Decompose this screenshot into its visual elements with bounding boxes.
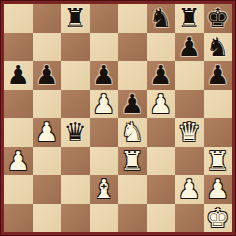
piece-black-pawn[interactable]: ♟ [178, 33, 201, 61]
board-frame: ♜♞♜♚♟♞♟♟♟♟♟♟♟♟♟♛♞♛♟♜♜♝♟♟♚ [0, 0, 236, 236]
square-f3[interactable] [147, 147, 176, 176]
square-b2[interactable] [33, 175, 62, 204]
square-e7[interactable] [118, 33, 147, 62]
square-b6[interactable]: ♟ [33, 61, 62, 90]
square-a8[interactable] [4, 4, 33, 33]
piece-white-pawn[interactable]: ♟ [206, 175, 229, 203]
square-f8[interactable]: ♞ [147, 4, 176, 33]
square-c2[interactable] [61, 175, 90, 204]
piece-white-pawn[interactable]: ♟ [35, 118, 58, 146]
square-c7[interactable] [61, 33, 90, 62]
square-g5[interactable] [175, 90, 204, 119]
piece-white-queen[interactable]: ♛ [178, 118, 201, 146]
square-a1[interactable] [4, 204, 33, 233]
square-h3[interactable]: ♜ [204, 147, 233, 176]
square-d5[interactable]: ♟ [90, 90, 119, 119]
piece-white-bishop[interactable]: ♝ [92, 175, 115, 203]
square-e3[interactable]: ♜ [118, 147, 147, 176]
piece-black-knight[interactable]: ♞ [149, 4, 172, 32]
square-f7[interactable] [147, 33, 176, 62]
square-b7[interactable] [33, 33, 62, 62]
square-b3[interactable] [33, 147, 62, 176]
square-e5[interactable]: ♟ [118, 90, 147, 119]
square-g1[interactable] [175, 204, 204, 233]
piece-black-queen[interactable]: ♛ [64, 118, 87, 146]
piece-white-knight[interactable]: ♞ [121, 118, 144, 146]
piece-white-pawn[interactable]: ♟ [178, 175, 201, 203]
square-a6[interactable]: ♟ [4, 61, 33, 90]
piece-white-pawn[interactable]: ♟ [7, 147, 30, 175]
piece-black-king[interactable]: ♚ [206, 4, 229, 32]
square-f5[interactable]: ♟ [147, 90, 176, 119]
piece-white-rook[interactable]: ♜ [206, 147, 229, 175]
square-f4[interactable] [147, 118, 176, 147]
square-g6[interactable] [175, 61, 204, 90]
piece-black-knight[interactable]: ♞ [206, 33, 229, 61]
square-c8[interactable]: ♜ [61, 4, 90, 33]
square-e4[interactable]: ♞ [118, 118, 147, 147]
square-b5[interactable] [33, 90, 62, 119]
square-h6[interactable]: ♟ [204, 61, 233, 90]
square-c6[interactable] [61, 61, 90, 90]
square-e2[interactable] [118, 175, 147, 204]
piece-black-pawn[interactable]: ♟ [7, 61, 30, 89]
square-c5[interactable] [61, 90, 90, 119]
square-d1[interactable] [90, 204, 119, 233]
piece-black-pawn[interactable]: ♟ [121, 90, 144, 118]
square-h2[interactable]: ♟ [204, 175, 233, 204]
square-h8[interactable]: ♚ [204, 4, 233, 33]
square-f1[interactable] [147, 204, 176, 233]
square-a2[interactable] [4, 175, 33, 204]
square-g4[interactable]: ♛ [175, 118, 204, 147]
square-g3[interactable] [175, 147, 204, 176]
piece-white-pawn[interactable]: ♟ [92, 90, 115, 118]
piece-black-pawn[interactable]: ♟ [92, 61, 115, 89]
square-f2[interactable] [147, 175, 176, 204]
square-e6[interactable] [118, 61, 147, 90]
square-d4[interactable] [90, 118, 119, 147]
square-c4[interactable]: ♛ [61, 118, 90, 147]
square-b4[interactable]: ♟ [33, 118, 62, 147]
square-d6[interactable]: ♟ [90, 61, 119, 90]
piece-white-king[interactable]: ♚ [206, 204, 229, 232]
square-c1[interactable] [61, 204, 90, 233]
square-h4[interactable] [204, 118, 233, 147]
piece-white-rook[interactable]: ♜ [121, 147, 144, 175]
square-g2[interactable]: ♟ [175, 175, 204, 204]
square-h7[interactable]: ♞ [204, 33, 233, 62]
square-d2[interactable]: ♝ [90, 175, 119, 204]
square-g8[interactable]: ♜ [175, 4, 204, 33]
square-d7[interactable] [90, 33, 119, 62]
piece-white-pawn[interactable]: ♟ [149, 90, 172, 118]
piece-black-rook[interactable]: ♜ [178, 4, 201, 32]
square-a7[interactable] [4, 33, 33, 62]
square-h1[interactable]: ♚ [204, 204, 233, 233]
square-f6[interactable]: ♟ [147, 61, 176, 90]
square-b1[interactable] [33, 204, 62, 233]
chess-board: ♜♞♜♚♟♞♟♟♟♟♟♟♟♟♟♛♞♛♟♜♜♝♟♟♚ [4, 4, 232, 232]
piece-black-pawn[interactable]: ♟ [149, 61, 172, 89]
square-a5[interactable] [4, 90, 33, 119]
square-a3[interactable]: ♟ [4, 147, 33, 176]
square-g7[interactable]: ♟ [175, 33, 204, 62]
square-a4[interactable] [4, 118, 33, 147]
piece-black-pawn[interactable]: ♟ [35, 61, 58, 89]
square-d3[interactable] [90, 147, 119, 176]
square-e1[interactable] [118, 204, 147, 233]
square-c3[interactable] [61, 147, 90, 176]
square-e8[interactable] [118, 4, 147, 33]
square-d8[interactable] [90, 4, 119, 33]
piece-black-rook[interactable]: ♜ [64, 4, 87, 32]
square-h5[interactable] [204, 90, 233, 119]
square-b8[interactable] [33, 4, 62, 33]
piece-black-pawn[interactable]: ♟ [206, 61, 229, 89]
